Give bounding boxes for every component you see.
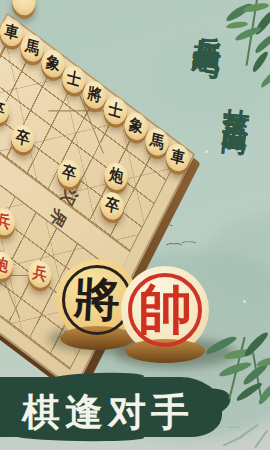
piece-glyph: 士 [107, 100, 123, 120]
piece-glyph: 炮 [108, 166, 124, 186]
xiangqi-piece-blank[interactable] [8, 0, 39, 21]
piece-glyph: 馬 [24, 37, 40, 57]
calligraphy-column-2: 技艺盖世间 [220, 86, 257, 115]
river-label: 汉界 [36, 182, 82, 250]
piece-glyph: 炮 [0, 255, 10, 275]
piece-glyph: 卒 [15, 128, 31, 148]
banner-title: 棋逢对手 [22, 387, 194, 438]
marshal-glyph: 帥 [138, 274, 192, 347]
piece-glyph: 車 [169, 147, 185, 167]
texture-speckle [205, 150, 208, 153]
piece-glyph: 象 [128, 116, 144, 136]
piece-glyph: 士 [66, 69, 82, 89]
piece-glyph: 兵 [0, 211, 12, 231]
general-glyph: 將 [72, 268, 121, 332]
calligraphy-column-1: 兵挺炮鸣 [191, 11, 231, 36]
piece-glyph: 卒 [104, 196, 120, 216]
bird-icon [226, 425, 240, 431]
big-red-marshal-piece[interactable]: 帥 [121, 266, 209, 354]
piece-glyph: 象 [45, 53, 61, 73]
xiangqi-promo-screen: 兵挺炮鸣 技艺盖世间 汉界 車馬象士將士象馬車炮卒卒卒卒兵兵炮 將 帥 棋逢对手 [0, 0, 270, 450]
piece-glyph: 馬 [149, 131, 165, 151]
bird-icon [164, 241, 181, 249]
piece-glyph: 卒 [61, 163, 77, 183]
piece-glyph: 兵 [32, 265, 48, 285]
bird-icon [180, 239, 195, 246]
texture-speckle [243, 300, 246, 303]
piece-glyph: 卒 [0, 99, 6, 119]
piece-glyph: 將 [86, 84, 102, 104]
piece-glyph: 車 [3, 22, 19, 42]
